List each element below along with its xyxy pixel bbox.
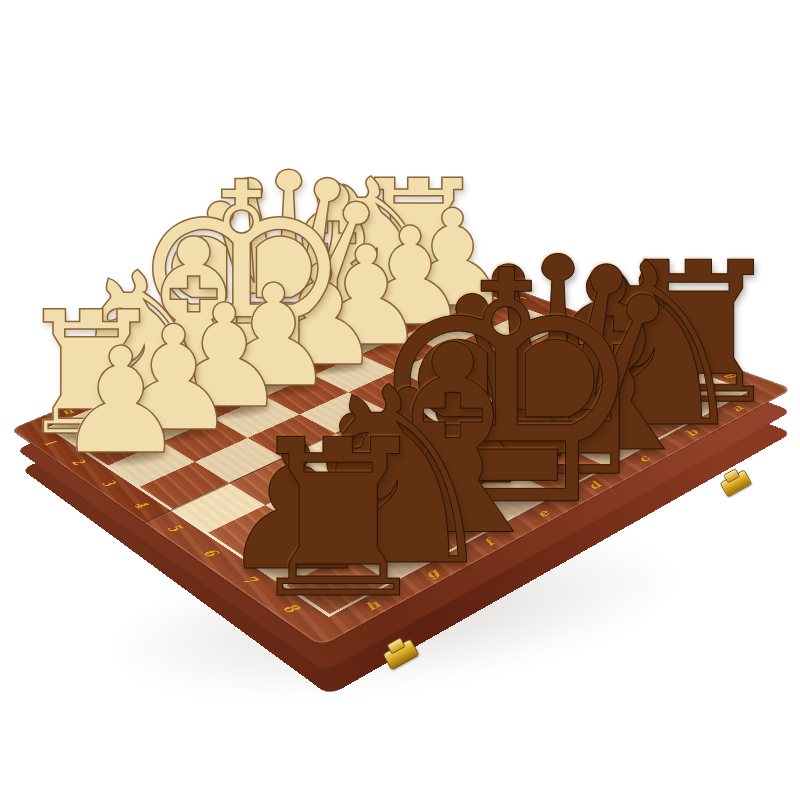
file-label: h: [361, 599, 385, 613]
file-label: e: [210, 346, 226, 353]
file-label: c: [633, 454, 655, 464]
file-label: g: [420, 567, 443, 580]
rank-label: 8: [722, 371, 743, 380]
file-label: a: [726, 404, 748, 413]
rank-label: 6: [631, 338, 650, 347]
rank-label: 5: [163, 522, 186, 534]
rank-label: 4: [129, 499, 151, 510]
brass-clasp: [720, 469, 753, 497]
rank-label: 8: [278, 601, 303, 615]
file-label: h: [61, 407, 78, 416]
file-label: b: [680, 428, 702, 438]
file-label: c: [301, 309, 316, 316]
product-photo: aabbccddeeffgghh1122334455667788 ♜♞♝♛♚♝♞…: [0, 0, 800, 800]
rank-label: 7: [237, 573, 261, 587]
rank-label: 1: [40, 438, 60, 448]
rank-label: 6: [199, 547, 223, 560]
file-label: g: [113, 386, 130, 394]
file-label: b: [344, 291, 360, 298]
file-label: f: [479, 538, 499, 549]
rank-label: 3: [98, 478, 120, 489]
file-label: d: [256, 327, 272, 334]
rank-label: 1: [441, 270, 458, 277]
rank-label: 2: [475, 282, 493, 289]
rank-label: 3: [511, 295, 529, 303]
file-label: a: [386, 274, 402, 280]
rank-label: 4: [549, 309, 568, 317]
file-label: e: [532, 508, 554, 520]
rank-label: 5: [589, 323, 608, 331]
file-label: f: [164, 366, 177, 373]
file-label: d: [583, 480, 606, 491]
rank-label: 2: [68, 457, 89, 467]
rank-label: 7: [675, 354, 695, 363]
